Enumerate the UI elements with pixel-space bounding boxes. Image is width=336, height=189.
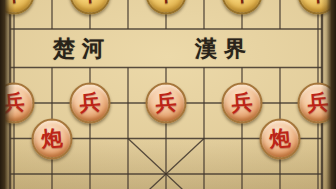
piece-glyph: 兵 <box>3 92 25 114</box>
piece-red-cannon[interactable]: 炮 <box>32 118 73 159</box>
piece-red-soldier[interactable]: 兵 <box>222 83 263 124</box>
piece-glyph: 卒 <box>3 0 25 5</box>
piece-glyph: 炮 <box>41 127 63 149</box>
piece-glyph: 卒 <box>307 0 329 5</box>
piece-glyph: 兵 <box>231 92 253 114</box>
piece-red-soldier[interactable]: 兵 <box>70 83 111 124</box>
piece-red-soldier[interactable]: 兵 <box>298 83 336 124</box>
xiangqi-board: 楚河 漢界 卒卒卒卒卒兵兵兵兵兵炮炮 <box>0 0 336 189</box>
piece-glyph: 卒 <box>155 0 177 5</box>
piece-glyph: 兵 <box>307 92 329 114</box>
piece-red-cannon[interactable]: 炮 <box>260 118 301 159</box>
river-label-chu: 楚河 <box>53 34 111 62</box>
piece-red-soldier[interactable]: 兵 <box>146 83 187 124</box>
piece-glyph: 炮 <box>269 127 291 149</box>
piece-glyph: 卒 <box>79 0 101 5</box>
piece-glyph: 卒 <box>231 0 253 5</box>
piece-glyph: 兵 <box>79 92 101 114</box>
river-label-han: 漢界 <box>195 34 253 62</box>
piece-glyph: 兵 <box>155 92 177 114</box>
